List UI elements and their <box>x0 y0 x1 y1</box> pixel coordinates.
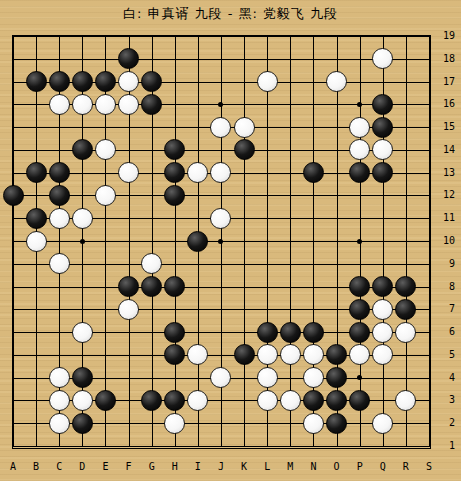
stone-Q15 <box>372 117 393 138</box>
stone-E17 <box>95 71 116 92</box>
stone-B11 <box>26 208 47 229</box>
col-label-C: C <box>49 461 69 472</box>
row-label-14: 14 <box>433 144 455 155</box>
row-label-18: 18 <box>433 53 455 64</box>
col-label-B: B <box>26 461 46 472</box>
stone-C4 <box>49 367 70 388</box>
stone-C13 <box>49 162 70 183</box>
row-label-17: 17 <box>433 76 455 87</box>
go-board[interactable]: ABCDEFGHIJKLMNOPQRS191817161514131211109… <box>0 0 461 481</box>
row-label-7: 7 <box>433 303 455 314</box>
col-label-E: E <box>95 461 115 472</box>
col-label-M: M <box>280 461 300 472</box>
row-label-2: 2 <box>433 417 455 428</box>
stone-G16 <box>141 94 162 115</box>
col-label-A: A <box>3 461 23 472</box>
col-label-P: P <box>350 461 370 472</box>
stone-K5 <box>234 344 255 365</box>
stone-O2 <box>326 413 347 434</box>
row-label-11: 11 <box>433 212 455 223</box>
stone-C3 <box>49 390 70 411</box>
stone-F8 <box>118 276 139 297</box>
stone-D17 <box>72 71 93 92</box>
stone-N4 <box>303 367 324 388</box>
col-label-S: S <box>419 461 439 472</box>
stone-D6 <box>72 322 93 343</box>
row-label-3: 3 <box>433 394 455 405</box>
stone-L17 <box>257 71 278 92</box>
star-point-P16 <box>357 102 362 107</box>
stone-N2 <box>303 413 324 434</box>
row-label-10: 10 <box>433 235 455 246</box>
stone-L5 <box>257 344 278 365</box>
stone-L4 <box>257 367 278 388</box>
stone-Q7 <box>372 299 393 320</box>
stone-D16 <box>72 94 93 115</box>
star-point-P10 <box>357 239 362 244</box>
stone-N6 <box>303 322 324 343</box>
row-label-5: 5 <box>433 349 455 360</box>
stone-L6 <box>257 322 278 343</box>
stone-F7 <box>118 299 139 320</box>
row-label-6: 6 <box>433 326 455 337</box>
row-label-13: 13 <box>433 167 455 178</box>
row-label-15: 15 <box>433 121 455 132</box>
stone-C2 <box>49 413 70 434</box>
stone-K14 <box>234 139 255 160</box>
stone-N13 <box>303 162 324 183</box>
stone-C16 <box>49 94 70 115</box>
col-label-F: F <box>119 461 139 472</box>
stone-D4 <box>72 367 93 388</box>
stone-C12 <box>49 185 70 206</box>
stone-K15 <box>234 117 255 138</box>
row-label-8: 8 <box>433 281 455 292</box>
row-label-16: 16 <box>433 98 455 109</box>
stone-P3 <box>349 390 370 411</box>
col-label-L: L <box>257 461 277 472</box>
col-label-H: H <box>165 461 185 472</box>
stone-E3 <box>95 390 116 411</box>
stone-M6 <box>280 322 301 343</box>
stone-J15 <box>210 117 231 138</box>
row-label-9: 9 <box>433 258 455 269</box>
stone-I10 <box>187 231 208 252</box>
stone-F17 <box>118 71 139 92</box>
stone-C11 <box>49 208 70 229</box>
col-label-K: K <box>234 461 254 472</box>
row-label-4: 4 <box>433 372 455 383</box>
stone-H6 <box>164 322 185 343</box>
stone-Q6 <box>372 322 393 343</box>
stone-D2 <box>72 413 93 434</box>
stone-Q16 <box>372 94 393 115</box>
col-label-I: I <box>188 461 208 472</box>
stone-E12 <box>95 185 116 206</box>
col-label-Q: Q <box>373 461 393 472</box>
stone-P15 <box>349 117 370 138</box>
stone-A12 <box>3 185 24 206</box>
stone-Q2 <box>372 413 393 434</box>
stone-P7 <box>349 299 370 320</box>
stone-M3 <box>280 390 301 411</box>
stone-F16 <box>118 94 139 115</box>
stone-B17 <box>26 71 47 92</box>
stone-E16 <box>95 94 116 115</box>
stone-D11 <box>72 208 93 229</box>
stone-N3 <box>303 390 324 411</box>
col-label-R: R <box>396 461 416 472</box>
stone-D3 <box>72 390 93 411</box>
stone-G3 <box>141 390 162 411</box>
row-label-12: 12 <box>433 189 455 200</box>
stone-O3 <box>326 390 347 411</box>
col-label-J: J <box>211 461 231 472</box>
col-label-D: D <box>72 461 92 472</box>
stone-B10 <box>26 231 47 252</box>
col-label-G: G <box>142 461 162 472</box>
col-label-O: O <box>327 461 347 472</box>
stone-C17 <box>49 71 70 92</box>
col-label-N: N <box>303 461 323 472</box>
stone-P6 <box>349 322 370 343</box>
star-point-D10 <box>80 239 85 244</box>
stone-R6 <box>395 322 416 343</box>
row-label-1: 1 <box>433 440 455 451</box>
stone-B13 <box>26 162 47 183</box>
stone-O17 <box>326 71 347 92</box>
stone-H2 <box>164 413 185 434</box>
go-game-page: 白: 申真谞 九段 - 黑: 党毅飞 九段 ABCDEFGHIJKLMNOPQR… <box>0 0 461 481</box>
stone-C9 <box>49 253 70 274</box>
stone-L3 <box>257 390 278 411</box>
row-label-19: 19 <box>433 30 455 41</box>
